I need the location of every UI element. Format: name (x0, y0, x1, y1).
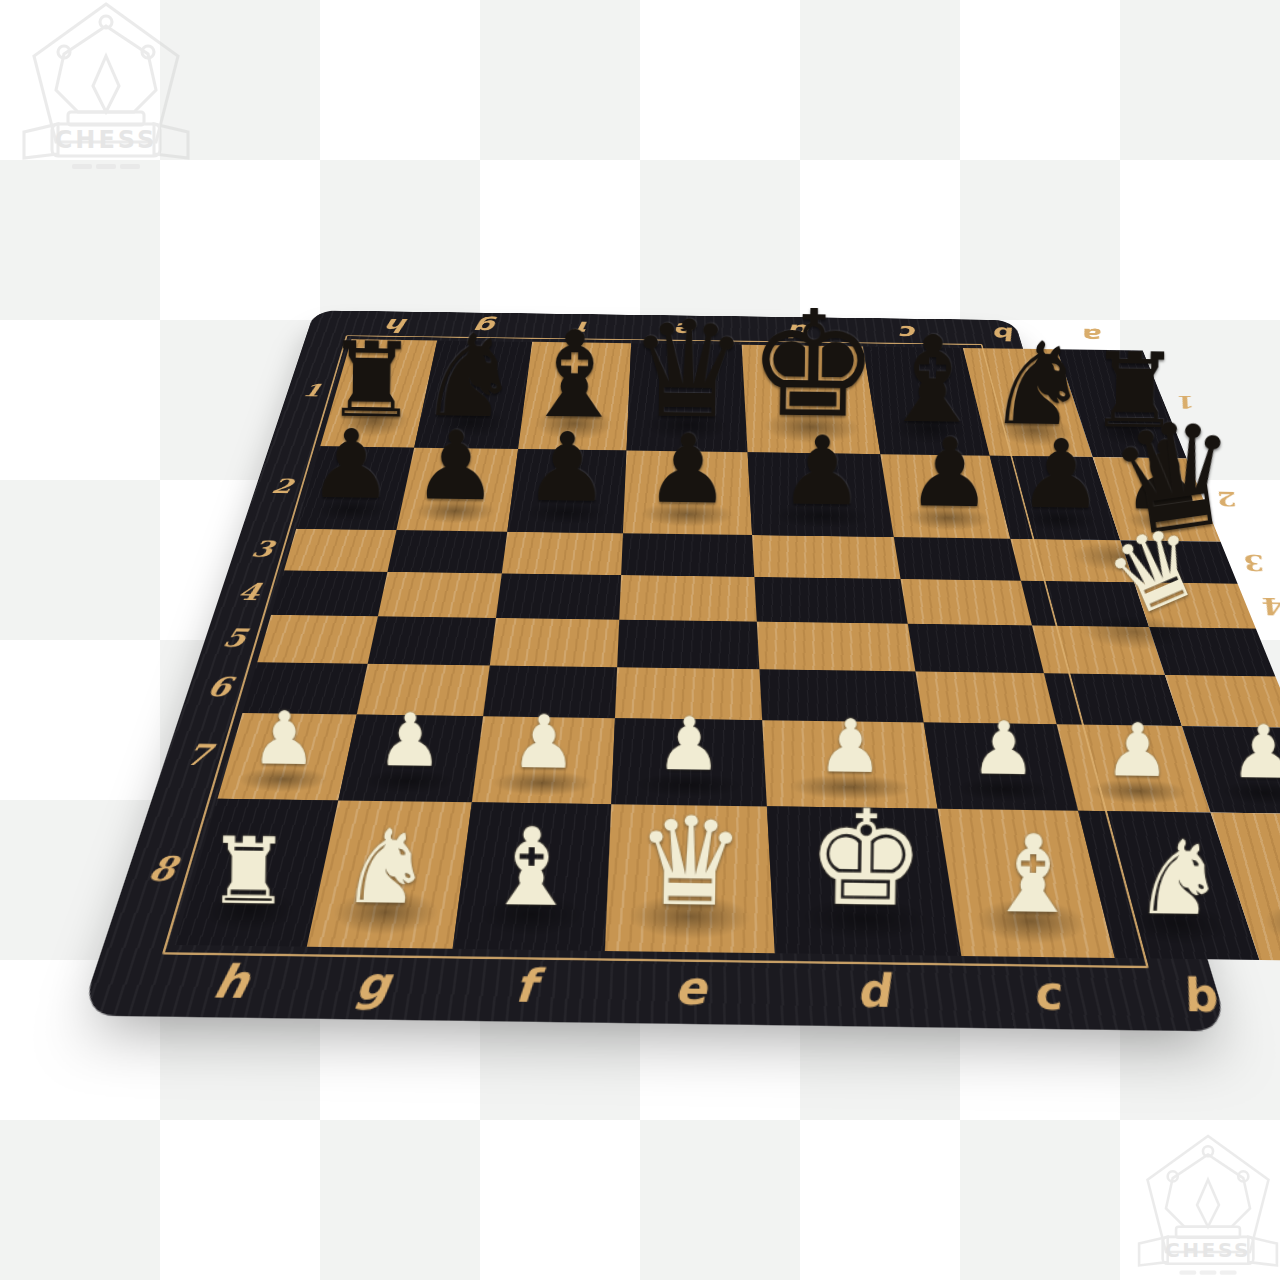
square-g2: ♟ (396, 448, 517, 532)
square-e8: ♛ (605, 804, 776, 953)
file-label-near-e: e (602, 951, 780, 1025)
square-d5 (757, 622, 916, 672)
square-c2: ♟ (881, 454, 1010, 539)
piece-white-knight: ♞ (339, 816, 432, 920)
square-f5 (489, 618, 619, 667)
square-h7: ♟ (217, 713, 356, 800)
piece-white-bishop: ♝ (984, 820, 1082, 929)
square-f7: ♟ (472, 716, 615, 804)
piece-white-pawn: ♟ (970, 712, 1037, 786)
rank-label-left-5: 5 (198, 614, 271, 662)
piece-white-pawn: ♟ (817, 709, 884, 783)
piece-white-pawn: ♟ (1104, 713, 1171, 787)
square-d3 (752, 535, 900, 579)
piece-white-bishop: ♝ (483, 813, 581, 922)
square-h3 (284, 529, 396, 572)
square-f2: ♟ (507, 449, 626, 533)
file-label-near-b: b (1114, 958, 1280, 1032)
scene: hgfedcba1♜♞♝♛♚♝♞♜12♟♟♟♟♟♟♟♟2334455667♟♟♟… (0, 0, 1280, 1280)
rank-label-left-6: 6 (181, 661, 257, 713)
piece-white-queen: ♛ (635, 800, 746, 924)
square-e5 (617, 620, 760, 670)
square-f4 (496, 573, 621, 619)
file-label-near-f: f (443, 949, 605, 1023)
piece-white-pawn: ♟ (1229, 715, 1280, 789)
square-e4 (619, 575, 757, 621)
piece-white-pawn: ♟ (511, 705, 578, 779)
square-b2: ♟ (989, 456, 1120, 541)
piece-black-pawn: ♟ (524, 420, 611, 516)
piece-white-pawn: ♟ (251, 702, 318, 776)
chess-mat-product-photo: CHESS CHESS CHESS (0, 0, 1280, 1280)
file-label-near-c: c (962, 956, 1132, 1030)
piece-black-pawn: ♟ (906, 425, 993, 521)
file-label-near-h: h (154, 945, 307, 1019)
piece-black-pawn: ♟ (1018, 427, 1105, 523)
square-d8: ♚ (767, 806, 962, 956)
piece-white-rook: ♜ (207, 824, 291, 917)
square-g4 (378, 572, 502, 618)
square-c5 (908, 624, 1043, 674)
square-g3 (387, 530, 507, 573)
square-c4 (901, 579, 1032, 625)
piece-black-pawn: ♟ (779, 423, 866, 519)
piece-white-king: ♚ (806, 792, 926, 926)
square-h5 (257, 615, 378, 664)
square-f3 (502, 532, 623, 575)
piece-white-knight: ♞ (1133, 827, 1226, 931)
square-h2: ♟ (296, 446, 414, 530)
chess-board: hgfedcba1♜♞♝♛♚♝♞♜12♟♟♟♟♟♟♟♟2334455667♟♟♟… (80, 310, 1229, 1031)
piece-white-pawn: ♟ (376, 703, 443, 777)
square-c7: ♟ (924, 723, 1078, 811)
file-label-near-d: d (775, 953, 973, 1028)
square-d4 (755, 577, 908, 624)
square-e3 (621, 533, 755, 577)
piece-black-pawn: ♟ (412, 418, 499, 514)
square-c3 (894, 537, 1020, 581)
piece-white-rook: ♜ (1274, 839, 1280, 932)
piece-black-pawn: ♟ (308, 417, 395, 513)
square-e2: ♟ (623, 451, 753, 535)
square-d2: ♟ (748, 452, 894, 537)
square-g7: ♟ (338, 715, 483, 803)
square-g5 (368, 616, 496, 665)
square-f8: ♝ (452, 802, 611, 951)
piece-white-pawn: ♟ (656, 707, 723, 781)
file-label-near-g: g (291, 947, 452, 1021)
piece-black-pawn: ♟ (645, 422, 732, 518)
square-h4 (271, 570, 387, 616)
